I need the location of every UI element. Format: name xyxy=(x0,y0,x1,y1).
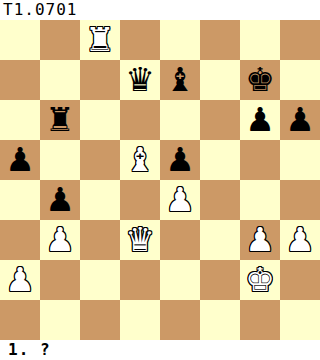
piece-white-pawn: ♟ xyxy=(45,220,75,260)
square-h5[interactable] xyxy=(280,140,320,180)
square-g7[interactable]: ♚ xyxy=(240,60,280,100)
square-h2[interactable] xyxy=(280,260,320,300)
square-b1[interactable] xyxy=(40,300,80,340)
square-d6[interactable] xyxy=(120,100,160,140)
square-c7[interactable] xyxy=(80,60,120,100)
square-h8[interactable] xyxy=(280,20,320,60)
piece-black-rook: ♜ xyxy=(45,100,75,140)
square-b7[interactable] xyxy=(40,60,80,100)
square-f7[interactable] xyxy=(200,60,240,100)
square-c6[interactable] xyxy=(80,100,120,140)
square-f1[interactable] xyxy=(200,300,240,340)
square-b8[interactable] xyxy=(40,20,80,60)
move-prompt: 1. ? xyxy=(0,340,320,360)
square-e4[interactable]: ♟ xyxy=(160,180,200,220)
square-d7[interactable]: ♛ xyxy=(120,60,160,100)
square-g4[interactable] xyxy=(240,180,280,220)
square-f3[interactable] xyxy=(200,220,240,260)
square-b6[interactable]: ♜ xyxy=(40,100,80,140)
piece-black-queen: ♛ xyxy=(125,60,155,100)
square-g3[interactable]: ♟ xyxy=(240,220,280,260)
square-g1[interactable] xyxy=(240,300,280,340)
square-b5[interactable] xyxy=(40,140,80,180)
square-c1[interactable] xyxy=(80,300,120,340)
piece-black-king: ♚ xyxy=(245,60,275,100)
piece-black-pawn: ♟ xyxy=(285,100,315,140)
square-c4[interactable] xyxy=(80,180,120,220)
square-a8[interactable] xyxy=(0,20,40,60)
square-g2[interactable]: ♚ xyxy=(240,260,280,300)
square-a5[interactable]: ♟ xyxy=(0,140,40,180)
piece-white-pawn: ♟ xyxy=(245,220,275,260)
square-f6[interactable] xyxy=(200,100,240,140)
piece-white-pawn: ♟ xyxy=(165,180,195,220)
chess-board: ♜♛♝♚♜♟♟♟♝♟♟♟♟♛♟♟♟♚ xyxy=(0,20,320,340)
piece-black-pawn: ♟ xyxy=(5,140,35,180)
square-f5[interactable] xyxy=(200,140,240,180)
square-d2[interactable] xyxy=(120,260,160,300)
square-c5[interactable] xyxy=(80,140,120,180)
square-b4[interactable]: ♟ xyxy=(40,180,80,220)
square-e7[interactable]: ♝ xyxy=(160,60,200,100)
square-d5[interactable]: ♝ xyxy=(120,140,160,180)
square-a4[interactable] xyxy=(0,180,40,220)
piece-white-rook: ♜ xyxy=(85,20,115,60)
square-a2[interactable]: ♟ xyxy=(0,260,40,300)
piece-black-pawn: ♟ xyxy=(245,100,275,140)
square-h4[interactable] xyxy=(280,180,320,220)
square-d4[interactable] xyxy=(120,180,160,220)
square-b3[interactable]: ♟ xyxy=(40,220,80,260)
square-h1[interactable] xyxy=(280,300,320,340)
square-a3[interactable] xyxy=(0,220,40,260)
piece-black-pawn: ♟ xyxy=(45,180,75,220)
square-a1[interactable] xyxy=(0,300,40,340)
square-c2[interactable] xyxy=(80,260,120,300)
square-e3[interactable] xyxy=(160,220,200,260)
square-e6[interactable] xyxy=(160,100,200,140)
piece-black-bishop: ♝ xyxy=(165,60,195,100)
square-e2[interactable] xyxy=(160,260,200,300)
chess-puzzle-window: T1.0701 ♜♛♝♚♜♟♟♟♝♟♟♟♟♛♟♟♟♚ 1. ? xyxy=(0,0,320,360)
square-d3[interactable]: ♛ xyxy=(120,220,160,260)
piece-white-pawn: ♟ xyxy=(285,220,315,260)
square-f4[interactable] xyxy=(200,180,240,220)
square-c3[interactable] xyxy=(80,220,120,260)
square-h6[interactable]: ♟ xyxy=(280,100,320,140)
square-a7[interactable] xyxy=(0,60,40,100)
square-a6[interactable] xyxy=(0,100,40,140)
puzzle-id-title: T1.0701 xyxy=(0,0,320,20)
square-h7[interactable] xyxy=(280,60,320,100)
piece-black-pawn: ♟ xyxy=(165,140,195,180)
square-g6[interactable]: ♟ xyxy=(240,100,280,140)
square-f8[interactable] xyxy=(200,20,240,60)
square-f2[interactable] xyxy=(200,260,240,300)
piece-white-bishop: ♝ xyxy=(125,140,155,180)
square-b2[interactable] xyxy=(40,260,80,300)
piece-white-queen: ♛ xyxy=(125,220,155,260)
piece-white-pawn: ♟ xyxy=(5,260,35,300)
square-h3[interactable]: ♟ xyxy=(280,220,320,260)
square-e1[interactable] xyxy=(160,300,200,340)
square-c8[interactable]: ♜ xyxy=(80,20,120,60)
square-g8[interactable] xyxy=(240,20,280,60)
square-e8[interactable] xyxy=(160,20,200,60)
piece-white-king: ♚ xyxy=(245,260,275,300)
square-d8[interactable] xyxy=(120,20,160,60)
square-d1[interactable] xyxy=(120,300,160,340)
square-e5[interactable]: ♟ xyxy=(160,140,200,180)
square-g5[interactable] xyxy=(240,140,280,180)
